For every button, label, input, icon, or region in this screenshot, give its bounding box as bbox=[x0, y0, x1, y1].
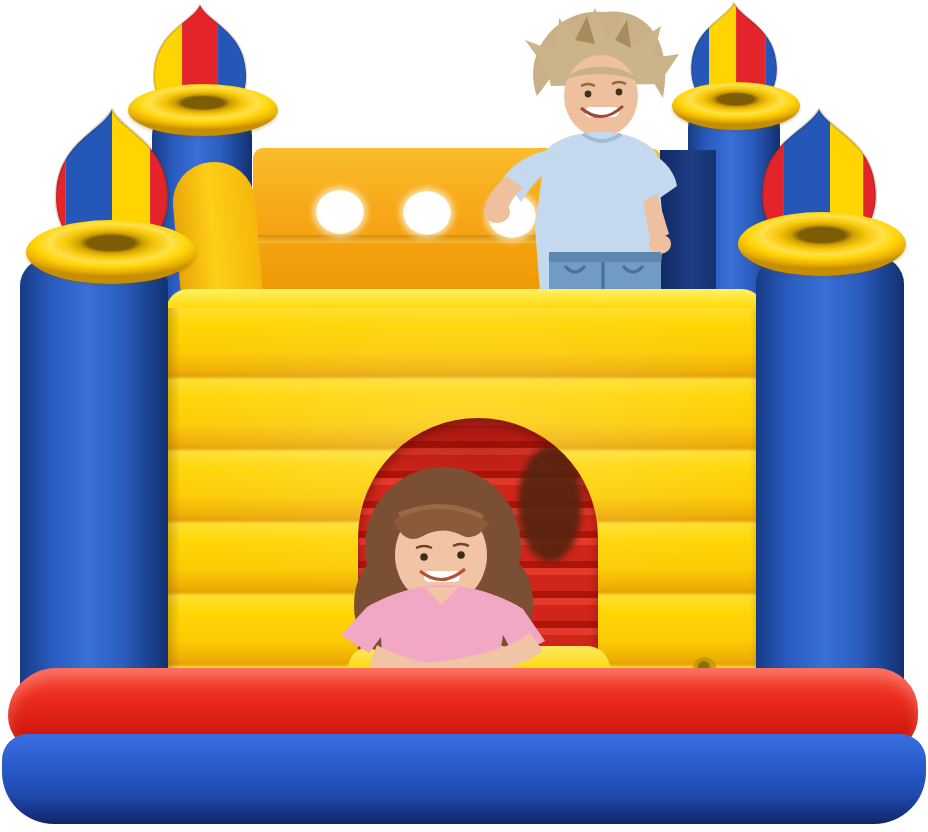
tower-front-left-ring bbox=[26, 220, 196, 284]
porthole-1 bbox=[316, 190, 364, 234]
tower-front-left-column bbox=[20, 258, 168, 702]
porthole-2 bbox=[403, 191, 451, 235]
tower-front-right-column bbox=[756, 256, 904, 704]
tower-front-right-ring bbox=[738, 212, 906, 276]
product-photo-inflatable-castle bbox=[0, 0, 928, 832]
front-wall-left-shade bbox=[166, 308, 180, 698]
blue-base bbox=[2, 734, 926, 824]
girl-figure bbox=[325, 455, 625, 695]
boy-figure bbox=[455, 0, 695, 320]
